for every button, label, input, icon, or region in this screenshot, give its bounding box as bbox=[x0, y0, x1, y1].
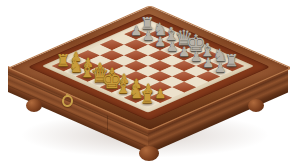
case-foot-front bbox=[139, 146, 159, 161]
case-foot-right bbox=[248, 99, 264, 112]
chess-set-photo: ♜♞♝♛♚♝♞♜♟♟♟♟♟♟♟♟♟♟♟♟♟♟♟♟♜♞♝♛♚♝♞♜ bbox=[0, 0, 290, 162]
case-foot-left bbox=[26, 99, 42, 112]
drawer-edge-seam bbox=[107, 116, 108, 131]
